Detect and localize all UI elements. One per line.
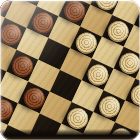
dark-square: ● <box>59 0 91 26</box>
cream-checker-piece: ● <box>92 0 120 13</box>
dark-square: ● <box>0 0 15 18</box>
dark-square: ● <box>90 0 122 15</box>
dark-square: ● <box>27 6 59 38</box>
dark-square: ● <box>70 26 102 58</box>
brown-checker-piece: ● <box>0 95 16 123</box>
dark-square: ● <box>0 93 18 125</box>
dark-square <box>38 38 70 70</box>
brown-checker-piece: ● <box>17 0 45 4</box>
cream-checker-piece: ● <box>116 49 140 77</box>
brown-checker-piece: ● <box>0 63 4 91</box>
brown-checker-piece: ● <box>61 0 89 25</box>
dark-square: ● <box>114 47 140 79</box>
dark-square: ● <box>0 61 6 93</box>
dark-square: ● <box>134 3 140 35</box>
dark-square: ● <box>0 18 27 50</box>
checkers-board: ●●●●●●●●●●●●●●●●●●●●●●●● <box>0 0 140 140</box>
cream-checker-piece: ● <box>63 104 91 132</box>
dark-square: ● <box>125 79 140 111</box>
checkers-app-icon[interactable]: ●●●●●●●●●●●●●●●●●●●●●●●● <box>0 0 140 140</box>
icon-bevel-bottom-edge <box>0 129 140 140</box>
cream-checker-piece: ● <box>104 17 132 45</box>
cream-checker-piece: ● <box>127 81 140 109</box>
dark-square: ● <box>82 58 114 90</box>
dark-square <box>50 70 82 102</box>
dark-square: ● <box>6 50 38 82</box>
cream-checker-piece: ● <box>136 5 140 33</box>
brown-checker-piece: ● <box>8 52 36 80</box>
dark-square: ● <box>18 82 50 114</box>
dark-square: ● <box>15 0 47 6</box>
brown-checker-piece: ● <box>0 0 13 16</box>
cream-checker-piece: ● <box>72 28 100 56</box>
brown-checker-piece: ● <box>29 8 57 36</box>
dark-square: ● <box>102 15 134 47</box>
dark-square: ● <box>93 90 125 122</box>
cream-checker-piece: ● <box>84 60 112 88</box>
cream-checker-piece: ● <box>95 92 123 120</box>
brown-checker-piece: ● <box>0 20 25 48</box>
brown-checker-piece: ● <box>20 84 48 112</box>
